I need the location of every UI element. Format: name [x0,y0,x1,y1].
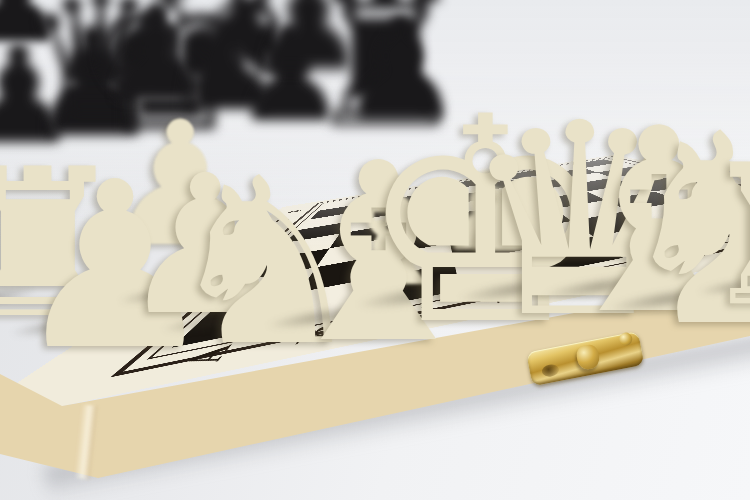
chess-set-photo: ABCDEFGH87654321 ♟♟♟♛♚♟♞♟♟♜♟♟♝♟♟♜♟♟♞♝♚♛♝… [0,0,750,500]
white-rook-piece: ♜ [698,139,750,333]
